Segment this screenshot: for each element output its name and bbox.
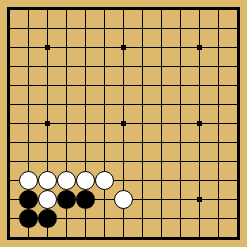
white-stone[interactable] — [57, 171, 76, 190]
black-stone[interactable] — [19, 190, 38, 209]
go-board[interactable] — [0, 0, 247, 247]
white-stone[interactable] — [38, 171, 57, 190]
star-point — [197, 197, 202, 202]
black-stone[interactable] — [76, 190, 95, 209]
white-stone[interactable] — [95, 171, 114, 190]
star-point — [197, 45, 202, 50]
star-point — [45, 45, 50, 50]
white-stone[interactable] — [76, 171, 95, 190]
white-stone[interactable] — [19, 171, 38, 190]
star-point — [197, 121, 202, 126]
go-board-diagram — [0, 0, 247, 247]
white-stone[interactable] — [38, 190, 57, 209]
star-point — [45, 121, 50, 126]
white-stone[interactable] — [114, 190, 133, 209]
black-stone[interactable] — [19, 209, 38, 228]
black-stone[interactable] — [38, 209, 57, 228]
black-stone[interactable] — [57, 190, 76, 209]
star-point — [121, 121, 126, 126]
star-point — [121, 45, 126, 50]
